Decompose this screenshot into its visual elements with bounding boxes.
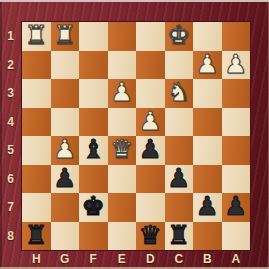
square-a2[interactable]: ♟	[222, 51, 251, 80]
file-label-b: B	[193, 251, 222, 267]
square-d7[interactable]	[136, 193, 165, 222]
square-e7[interactable]	[108, 193, 137, 222]
square-a1[interactable]	[222, 22, 251, 51]
square-f4[interactable]	[79, 108, 108, 137]
square-h2[interactable]	[22, 51, 51, 80]
square-g4[interactable]	[51, 108, 80, 137]
square-d6[interactable]	[136, 165, 165, 194]
piece-black-rook[interactable]: ♜	[25, 222, 48, 249]
square-a4[interactable]	[222, 108, 251, 137]
square-f8[interactable]	[79, 222, 108, 251]
piece-white-pawn[interactable]: ♟	[110, 79, 133, 106]
square-d1[interactable]	[136, 22, 165, 51]
square-e5[interactable]: ♛	[108, 136, 137, 165]
square-c4[interactable]	[165, 108, 194, 137]
file-label-g: G	[51, 251, 80, 267]
chess-board: ♜♜♚♟♟♟♞♟♟♝♛♟♟♟♚♟♟♜♛♜	[22, 22, 250, 250]
piece-white-queen[interactable]: ♛	[110, 136, 133, 163]
piece-black-pawn[interactable]: ♟	[224, 193, 247, 220]
file-label-c: C	[165, 251, 194, 267]
rank-label-4: 4	[0, 108, 21, 137]
square-f2[interactable]	[79, 51, 108, 80]
rank-label-5: 5	[0, 136, 21, 165]
file-label-a: A	[222, 251, 251, 267]
square-c8[interactable]: ♜	[165, 222, 194, 251]
piece-white-pawn[interactable]: ♟	[224, 51, 247, 78]
piece-white-pawn[interactable]: ♟	[53, 136, 76, 163]
square-h4[interactable]	[22, 108, 51, 137]
square-h7[interactable]	[22, 193, 51, 222]
file-label-d: D	[136, 251, 165, 267]
square-g1[interactable]: ♜	[51, 22, 80, 51]
square-b8[interactable]	[193, 222, 222, 251]
square-g7[interactable]	[51, 193, 80, 222]
square-b1[interactable]	[193, 22, 222, 51]
square-c2[interactable]	[165, 51, 194, 80]
square-g3[interactable]	[51, 79, 80, 108]
square-a6[interactable]	[222, 165, 251, 194]
square-h3[interactable]	[22, 79, 51, 108]
rank-label-6: 6	[0, 165, 21, 194]
square-b3[interactable]	[193, 79, 222, 108]
piece-white-pawn[interactable]: ♟	[139, 108, 162, 135]
piece-black-king[interactable]: ♚	[82, 193, 105, 220]
square-d4[interactable]: ♟	[136, 108, 165, 137]
piece-black-pawn[interactable]: ♟	[53, 165, 76, 192]
square-c3[interactable]: ♞	[165, 79, 194, 108]
square-f3[interactable]	[79, 79, 108, 108]
piece-black-pawn[interactable]: ♟	[139, 136, 162, 163]
rank-label-8: 8	[0, 222, 21, 251]
square-f1[interactable]	[79, 22, 108, 51]
square-b2[interactable]: ♟	[193, 51, 222, 80]
piece-white-rook[interactable]: ♜	[53, 22, 76, 49]
square-b6[interactable]	[193, 165, 222, 194]
square-g2[interactable]	[51, 51, 80, 80]
square-h8[interactable]: ♜	[22, 222, 51, 251]
file-label-h: H	[22, 251, 51, 267]
square-d2[interactable]	[136, 51, 165, 80]
square-a3[interactable]	[222, 79, 251, 108]
piece-white-pawn[interactable]: ♟	[196, 51, 219, 78]
square-g8[interactable]	[51, 222, 80, 251]
square-b5[interactable]	[193, 136, 222, 165]
square-g5[interactable]: ♟	[51, 136, 80, 165]
square-a7[interactable]: ♟	[222, 193, 251, 222]
piece-black-queen[interactable]: ♛	[139, 222, 162, 249]
square-c7[interactable]	[165, 193, 194, 222]
square-g6[interactable]: ♟	[51, 165, 80, 194]
piece-white-king[interactable]: ♚	[167, 22, 190, 49]
square-c6[interactable]: ♟	[165, 165, 194, 194]
square-e2[interactable]	[108, 51, 137, 80]
piece-black-pawn[interactable]: ♟	[196, 193, 219, 220]
square-b7[interactable]: ♟	[193, 193, 222, 222]
square-h1[interactable]: ♜	[22, 22, 51, 51]
rank-label-7: 7	[0, 193, 21, 222]
rank-label-1: 1	[0, 22, 21, 51]
piece-white-knight[interactable]: ♞	[167, 79, 190, 106]
square-e3[interactable]: ♟	[108, 79, 137, 108]
square-e4[interactable]	[108, 108, 137, 137]
board-frame: 12345678 HGFEDCBA ♜♜♚♟♟♟♞♟♟♝♛♟♟♟♚♟♟♜♛♜	[0, 0, 269, 269]
square-a8[interactable]	[222, 222, 251, 251]
square-f5[interactable]: ♝	[79, 136, 108, 165]
file-label-f: F	[79, 251, 108, 267]
square-h6[interactable]	[22, 165, 51, 194]
square-c1[interactable]: ♚	[165, 22, 194, 51]
square-a5[interactable]	[222, 136, 251, 165]
square-h5[interactable]	[22, 136, 51, 165]
square-d8[interactable]: ♛	[136, 222, 165, 251]
piece-black-rook[interactable]: ♜	[167, 222, 190, 249]
square-d5[interactable]: ♟	[136, 136, 165, 165]
square-e1[interactable]	[108, 22, 137, 51]
file-label-e: E	[108, 251, 137, 267]
piece-black-bishop[interactable]: ♝	[82, 136, 105, 163]
square-d3[interactable]	[136, 79, 165, 108]
rank-label-3: 3	[0, 79, 21, 108]
piece-white-rook[interactable]: ♜	[25, 22, 48, 49]
piece-black-pawn[interactable]: ♟	[167, 165, 190, 192]
square-f7[interactable]: ♚	[79, 193, 108, 222]
square-f6[interactable]	[79, 165, 108, 194]
square-b4[interactable]	[193, 108, 222, 137]
square-c5[interactable]	[165, 136, 194, 165]
square-e8[interactable]	[108, 222, 137, 251]
square-e6[interactable]	[108, 165, 137, 194]
rank-label-2: 2	[0, 51, 21, 80]
